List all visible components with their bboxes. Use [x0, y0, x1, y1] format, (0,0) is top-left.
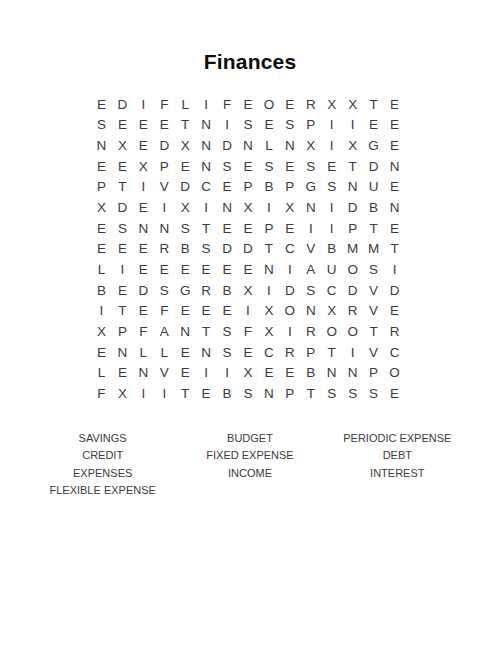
grid-cell-r2c3: E	[133, 115, 154, 136]
word-list-item: FIXED EXPENSE	[176, 447, 323, 464]
grid-cell-r7c7: E	[217, 218, 238, 239]
grid-cell-r6c1: X	[91, 197, 112, 218]
grid-cell-r14c13: N	[342, 363, 363, 384]
grid-cell-r5c1: P	[91, 177, 112, 198]
grid-cell-r15c9: N	[258, 383, 279, 404]
grid-cell-r15c7: B	[217, 383, 238, 404]
grid-cell-r8c14: M	[363, 239, 384, 260]
grid-cell-r15c11: T	[300, 383, 321, 404]
grid-cell-r5c5: D	[175, 177, 196, 198]
grid-cell-r13c13: I	[342, 342, 363, 363]
grid-cell-r10c8: X	[238, 280, 259, 301]
grid-cell-r6c9: I	[258, 197, 279, 218]
grid-cell-r15c2: X	[112, 383, 133, 404]
grid-cell-r1c4: F	[154, 94, 175, 115]
grid-cell-r3c6: N	[196, 135, 217, 156]
grid-cell-r8c4: R	[154, 239, 175, 260]
grid-cell-r8c10: C	[279, 239, 300, 260]
grid-cell-r3c2: X	[112, 135, 133, 156]
grid-cell-r5c10: P	[279, 177, 300, 198]
grid-cell-r11c8: I	[238, 301, 259, 322]
grid-cell-r6c8: X	[238, 197, 259, 218]
grid-cell-r7c11: I	[300, 218, 321, 239]
grid-cell-r8c15: T	[384, 239, 405, 260]
grid-cell-r14c4: V	[154, 363, 175, 384]
grid-cell-r12c3: F	[133, 321, 154, 342]
grid-cell-r4c12: E	[321, 156, 342, 177]
grid-cell-r3c10: N	[279, 135, 300, 156]
grid-cell-r10c7: B	[217, 280, 238, 301]
grid-cell-r5c7: E	[217, 177, 238, 198]
grid-cell-r15c12: S	[321, 383, 342, 404]
grid-cell-r8c5: B	[175, 239, 196, 260]
word-search-grid: EDIFLIFEOERXXTESEEETNISESPIIEENXEDXNDNLN…	[91, 94, 405, 404]
grid-cell-r10c6: R	[196, 280, 217, 301]
grid-cell-r4c10: E	[279, 156, 300, 177]
grid-cell-r5c4: V	[154, 177, 175, 198]
word-list-item: INCOME	[176, 465, 323, 482]
grid-cell-r8c8: D	[238, 239, 259, 260]
grid-cell-r12c15: R	[384, 321, 405, 342]
grid-cell-r6c15: N	[384, 197, 405, 218]
grid-cell-r9c8: E	[238, 259, 259, 280]
grid-cell-r8c2: E	[112, 239, 133, 260]
grid-cell-r15c1: F	[91, 383, 112, 404]
grid-cell-r14c9: E	[258, 363, 279, 384]
grid-cell-r2c2: E	[112, 115, 133, 136]
grid-cell-r3c3: E	[133, 135, 154, 156]
grid-cell-r3c11: X	[300, 135, 321, 156]
grid-cell-r5c15: E	[384, 177, 405, 198]
grid-cell-r6c10: X	[279, 197, 300, 218]
grid-cell-r15c8: S	[238, 383, 259, 404]
grid-cell-r14c3: N	[133, 363, 154, 384]
grid-cell-r1c14: T	[363, 94, 384, 115]
puzzle-title: Finances	[0, 50, 500, 74]
grid-cell-r3c5: X	[175, 135, 196, 156]
grid-cell-r7c1: E	[91, 218, 112, 239]
word-list-column-1: SAVINGSCREDITEXPENSESFLEXIBLE EXPENSE	[29, 430, 176, 500]
grid-cell-r9c12: U	[321, 259, 342, 280]
grid-cell-r6c13: D	[342, 197, 363, 218]
grid-cell-r5c8: P	[238, 177, 259, 198]
grid-cell-r1c2: D	[112, 94, 133, 115]
grid-cell-r8c7: D	[217, 239, 238, 260]
grid-cell-r12c6: T	[196, 321, 217, 342]
grid-cell-r9c14: S	[363, 259, 384, 280]
grid-cell-r4c3: X	[133, 156, 154, 177]
grid-cell-r2c10: S	[279, 115, 300, 136]
grid-cell-r14c1: L	[91, 363, 112, 384]
grid-cell-r10c3: D	[133, 280, 154, 301]
grid-cell-r5c13: N	[342, 177, 363, 198]
grid-cell-r7c14: T	[363, 218, 384, 239]
grid-cell-r13c5: E	[175, 342, 196, 363]
grid-cell-r10c4: S	[154, 280, 175, 301]
grid-cell-r5c12: S	[321, 177, 342, 198]
grid-cell-r1c10: E	[279, 94, 300, 115]
grid-cell-r4c5: E	[175, 156, 196, 177]
grid-cell-r7c13: P	[342, 218, 363, 239]
grid-cell-r14c6: I	[196, 363, 217, 384]
grid-cell-r5c6: C	[196, 177, 217, 198]
grid-cell-r10c15: D	[384, 280, 405, 301]
grid-cell-r13c2: N	[112, 342, 133, 363]
grid-cell-r11c4: F	[154, 301, 175, 322]
grid-cell-r2c1: S	[91, 115, 112, 136]
grid-cell-r14c12: N	[321, 363, 342, 384]
grid-cell-r12c8: F	[238, 321, 259, 342]
grid-cell-r10c14: V	[363, 280, 384, 301]
grid-cell-r1c13: X	[342, 94, 363, 115]
grid-cell-r9c1: L	[91, 259, 112, 280]
grid-cell-r9c13: O	[342, 259, 363, 280]
grid-cell-r11c6: E	[196, 301, 217, 322]
grid-cell-r9c2: I	[112, 259, 133, 280]
grid-cell-r2c12: I	[321, 115, 342, 136]
word-list-item: INTEREST	[324, 465, 471, 482]
grid-cell-r11c10: O	[279, 301, 300, 322]
grid-cell-r14c10: E	[279, 363, 300, 384]
grid-cell-r9c7: E	[217, 259, 238, 280]
grid-cell-r2c6: N	[196, 115, 217, 136]
grid-cell-r1c11: R	[300, 94, 321, 115]
grid-cell-r8c3: E	[133, 239, 154, 260]
grid-cell-r10c2: E	[112, 280, 133, 301]
grid-cell-r5c3: I	[133, 177, 154, 198]
grid-cell-r2c15: E	[384, 115, 405, 136]
grid-cell-r1c5: L	[175, 94, 196, 115]
grid-cell-r6c4: I	[154, 197, 175, 218]
grid-cell-r3c13: X	[342, 135, 363, 156]
grid-cell-r9c10: I	[279, 259, 300, 280]
grid-cell-r10c1: B	[91, 280, 112, 301]
grid-cell-r7c12: I	[321, 218, 342, 239]
word-list: SAVINGSCREDITEXPENSESFLEXIBLE EXPENSEBUD…	[29, 430, 471, 500]
grid-cell-r2c13: I	[342, 115, 363, 136]
grid-cell-r1c15: E	[384, 94, 405, 115]
word-list-item: SAVINGS	[29, 430, 176, 447]
word-list-item: EXPENSES	[29, 465, 176, 482]
word-list-item: CREDIT	[29, 447, 176, 464]
grid-cell-r13c7: S	[217, 342, 238, 363]
grid-cell-r4c6: N	[196, 156, 217, 177]
grid-cell-r8c13: M	[342, 239, 363, 260]
grid-cell-r7c9: P	[258, 218, 279, 239]
grid-cell-r9c3: E	[133, 259, 154, 280]
grid-cell-r4c4: P	[154, 156, 175, 177]
grid-cell-r3c8: N	[238, 135, 259, 156]
word-list-item: FLEXIBLE EXPENSE	[29, 482, 176, 499]
grid-cell-r9c4: E	[154, 259, 175, 280]
grid-cell-r11c9: X	[258, 301, 279, 322]
grid-cell-r3c15: E	[384, 135, 405, 156]
grid-cell-r14c14: P	[363, 363, 384, 384]
grid-cell-r13c1: E	[91, 342, 112, 363]
grid-cell-r6c5: X	[175, 197, 196, 218]
grid-cell-r11c15: E	[384, 301, 405, 322]
grid-cell-r13c15: C	[384, 342, 405, 363]
grid-cell-r13c8: E	[238, 342, 259, 363]
grid-cell-r12c2: P	[112, 321, 133, 342]
grid-cell-r5c9: B	[258, 177, 279, 198]
grid-cell-r15c3: I	[133, 383, 154, 404]
grid-cell-r2c9: E	[258, 115, 279, 136]
grid-cell-r1c1: E	[91, 94, 112, 115]
grid-cell-r1c9: O	[258, 94, 279, 115]
grid-cell-r3c4: D	[154, 135, 175, 156]
grid-cell-r3c12: I	[321, 135, 342, 156]
grid-cell-r4c11: S	[300, 156, 321, 177]
grid-cell-r11c11: N	[300, 301, 321, 322]
grid-cell-r8c9: T	[258, 239, 279, 260]
grid-cell-r14c5: E	[175, 363, 196, 384]
grid-cell-r11c7: E	[217, 301, 238, 322]
grid-cell-r1c6: I	[196, 94, 217, 115]
grid-cell-r1c12: X	[321, 94, 342, 115]
grid-cell-r11c1: I	[91, 301, 112, 322]
grid-cell-r7c8: E	[238, 218, 259, 239]
grid-cell-r2c7: I	[217, 115, 238, 136]
grid-cell-r15c4: I	[154, 383, 175, 404]
grid-cell-r11c14: V	[363, 301, 384, 322]
grid-cell-r3c7: D	[217, 135, 238, 156]
grid-cell-r2c5: T	[175, 115, 196, 136]
grid-cell-r9c9: N	[258, 259, 279, 280]
grid-cell-r14c11: B	[300, 363, 321, 384]
grid-cell-r7c4: N	[154, 218, 175, 239]
grid-cell-r4c7: S	[217, 156, 238, 177]
grid-cell-r15c10: P	[279, 383, 300, 404]
word-list-column-2: BUDGETFIXED EXPENSEINCOME	[176, 430, 323, 500]
grid-cell-r12c11: R	[300, 321, 321, 342]
grid-cell-r9c5: E	[175, 259, 196, 280]
grid-cell-r5c2: T	[112, 177, 133, 198]
grid-cell-r15c5: T	[175, 383, 196, 404]
grid-cell-r5c14: U	[363, 177, 384, 198]
grid-cell-r3c9: L	[258, 135, 279, 156]
grid-cell-r10c11: S	[300, 280, 321, 301]
grid-cell-r6c11: N	[300, 197, 321, 218]
grid-cell-r6c7: N	[217, 197, 238, 218]
grid-cell-r4c13: T	[342, 156, 363, 177]
grid-cell-r4c2: E	[112, 156, 133, 177]
grid-cell-r6c12: I	[321, 197, 342, 218]
grid-cell-r11c12: X	[321, 301, 342, 322]
grid-cell-r12c1: X	[91, 321, 112, 342]
grid-cell-r4c14: D	[363, 156, 384, 177]
grid-cell-r13c3: L	[133, 342, 154, 363]
grid-cell-r8c11: V	[300, 239, 321, 260]
grid-cell-r1c8: E	[238, 94, 259, 115]
grid-cell-r12c13: O	[342, 321, 363, 342]
grid-cell-r6c3: E	[133, 197, 154, 218]
grid-cell-r7c15: E	[384, 218, 405, 239]
grid-cell-r7c2: S	[112, 218, 133, 239]
grid-cell-r10c13: D	[342, 280, 363, 301]
grid-cell-r15c15: E	[384, 383, 405, 404]
grid-cell-r13c10: R	[279, 342, 300, 363]
grid-cell-r12c7: S	[217, 321, 238, 342]
grid-cell-r13c4: L	[154, 342, 175, 363]
grid-cell-r10c10: D	[279, 280, 300, 301]
grid-cell-r14c8: X	[238, 363, 259, 384]
grid-cell-r14c7: I	[217, 363, 238, 384]
grid-cell-r13c9: C	[258, 342, 279, 363]
word-list-item: BUDGET	[176, 430, 323, 447]
grid-cell-r15c14: S	[363, 383, 384, 404]
grid-cell-r3c1: N	[91, 135, 112, 156]
grid-cell-r6c14: B	[363, 197, 384, 218]
grid-cell-r4c15: N	[384, 156, 405, 177]
grid-cell-r1c7: F	[217, 94, 238, 115]
grid-cell-r8c12: B	[321, 239, 342, 260]
grid-cell-r3c14: G	[363, 135, 384, 156]
grid-cell-r2c11: P	[300, 115, 321, 136]
grid-cell-r12c9: X	[258, 321, 279, 342]
grid-cell-r4c1: E	[91, 156, 112, 177]
grid-cell-r7c5: S	[175, 218, 196, 239]
grid-cell-r10c9: I	[258, 280, 279, 301]
grid-cell-r7c3: N	[133, 218, 154, 239]
grid-cell-r11c5: E	[175, 301, 196, 322]
grid-cell-r8c1: E	[91, 239, 112, 260]
grid-cell-r9c6: E	[196, 259, 217, 280]
grid-cell-r10c5: G	[175, 280, 196, 301]
word-list-item: DEBT	[324, 447, 471, 464]
grid-cell-r9c15: I	[384, 259, 405, 280]
grid-cell-r12c14: T	[363, 321, 384, 342]
grid-cell-r10c12: C	[321, 280, 342, 301]
grid-cell-r4c9: S	[258, 156, 279, 177]
grid-cell-r12c10: I	[279, 321, 300, 342]
grid-cell-r2c14: E	[363, 115, 384, 136]
grid-cell-r15c6: E	[196, 383, 217, 404]
grid-cell-r13c12: T	[321, 342, 342, 363]
grid-cell-r8c6: S	[196, 239, 217, 260]
grid-cell-r12c5: N	[175, 321, 196, 342]
grid-cell-r9c11: A	[300, 259, 321, 280]
grid-cell-r2c4: E	[154, 115, 175, 136]
grid-cell-r7c6: T	[196, 218, 217, 239]
grid-cell-r6c6: I	[196, 197, 217, 218]
grid-cell-r11c3: E	[133, 301, 154, 322]
grid-cell-r14c15: O	[384, 363, 405, 384]
grid-cell-r14c2: E	[112, 363, 133, 384]
grid-cell-r1c3: I	[133, 94, 154, 115]
grid-cell-r6c2: D	[112, 197, 133, 218]
grid-cell-r11c2: T	[112, 301, 133, 322]
grid-cell-r11c13: R	[342, 301, 363, 322]
grid-cell-r7c10: E	[279, 218, 300, 239]
grid-cell-r13c6: N	[196, 342, 217, 363]
grid-cell-r2c8: S	[238, 115, 259, 136]
worksheet-page: Finances EDIFLIFEOERXXTESEEETNISESPIIEEN…	[0, 0, 500, 647]
grid-cell-r13c11: P	[300, 342, 321, 363]
grid-cell-r12c12: O	[321, 321, 342, 342]
grid-cell-r13c14: V	[363, 342, 384, 363]
grid-cell-r4c8: E	[238, 156, 259, 177]
word-list-item: PERIODIC EXPENSE	[324, 430, 471, 447]
grid-cell-r15c13: S	[342, 383, 363, 404]
word-list-column-3: PERIODIC EXPENSEDEBTINTEREST	[324, 430, 471, 500]
grid-cell-r12c4: A	[154, 321, 175, 342]
grid-cell-r5c11: G	[300, 177, 321, 198]
